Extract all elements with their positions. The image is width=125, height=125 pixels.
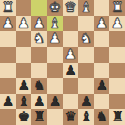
white-bishop-piece[interactable]: ♝ (49, 16, 61, 30)
square-h3[interactable] (0, 31, 16, 47)
square-g4[interactable] (16, 47, 32, 63)
black-king-piece[interactable]: ♚ (17, 110, 29, 124)
white-pawn-piece[interactable]: ♟ (96, 16, 108, 30)
square-g8[interactable]: ♚ (16, 109, 32, 125)
black-pawn-piece[interactable]: ♟ (80, 94, 92, 108)
square-b8[interactable]: ♞ (94, 109, 110, 125)
white-knight-piece[interactable]: ♞ (33, 32, 45, 46)
square-c4[interactable] (78, 47, 94, 63)
black-pawn-piece[interactable]: ♟ (2, 94, 14, 108)
square-a5[interactable] (109, 63, 125, 79)
white-pawn-piece[interactable]: ♟ (64, 47, 76, 61)
black-pawn-piece[interactable]: ♟ (64, 63, 76, 77)
square-h2[interactable]: ♟ (0, 16, 16, 32)
black-knight-piece[interactable]: ♞ (33, 79, 45, 93)
square-h7[interactable]: ♟ (0, 94, 16, 110)
white-knight-piece[interactable]: ♞ (80, 32, 92, 46)
square-c1[interactable]: ♝ (78, 0, 94, 16)
square-a6[interactable] (109, 78, 125, 94)
chess-board: ♜♚♛♝♜♟♟♟♝♟♟♞♟♞♟♟♟♞♟♟♝♟♟♟♚♜♛♝♞♜ (0, 0, 125, 125)
square-f4[interactable] (31, 47, 47, 63)
black-knight-piece[interactable]: ♞ (96, 110, 108, 124)
white-pawn-piece[interactable]: ♟ (111, 16, 123, 30)
square-e5[interactable] (47, 63, 63, 79)
black-pawn-piece[interactable]: ♟ (49, 94, 61, 108)
square-d5[interactable]: ♟ (63, 63, 79, 79)
square-a4[interactable] (109, 47, 125, 63)
square-b4[interactable] (94, 47, 110, 63)
square-a3[interactable] (109, 31, 125, 47)
square-d2[interactable] (63, 16, 79, 32)
square-b3[interactable] (94, 31, 110, 47)
white-pawn-piece[interactable]: ♟ (17, 16, 29, 30)
black-pawn-piece[interactable]: ♟ (33, 94, 45, 108)
white-rook-piece[interactable]: ♜ (111, 1, 123, 15)
black-queen-piece[interactable]: ♛ (64, 110, 76, 124)
black-bishop-piece[interactable]: ♝ (17, 94, 29, 108)
black-bishop-piece[interactable]: ♝ (80, 110, 92, 124)
square-c3[interactable]: ♞ (78, 31, 94, 47)
square-e4[interactable] (47, 47, 63, 63)
square-e3[interactable]: ♟ (47, 31, 63, 47)
square-h5[interactable] (0, 63, 16, 79)
black-pawn-piece[interactable]: ♟ (17, 79, 29, 93)
square-h8[interactable] (0, 109, 16, 125)
white-bishop-piece[interactable]: ♝ (80, 1, 92, 15)
black-rook-piece[interactable]: ♜ (33, 110, 45, 124)
white-pawn-piece[interactable]: ♟ (2, 16, 14, 30)
square-a2[interactable]: ♟ (109, 16, 125, 32)
square-e8[interactable] (47, 109, 63, 125)
square-a8[interactable]: ♜ (109, 109, 125, 125)
white-king-piece[interactable]: ♚ (49, 1, 61, 15)
square-f8[interactable]: ♜ (31, 109, 47, 125)
square-c5[interactable] (78, 63, 94, 79)
square-d1[interactable]: ♛ (63, 0, 79, 16)
white-rook-piece[interactable]: ♜ (2, 1, 14, 15)
square-d6[interactable] (63, 78, 79, 94)
square-e7[interactable]: ♟ (47, 94, 63, 110)
square-h4[interactable] (0, 47, 16, 63)
square-b2[interactable]: ♟ (94, 16, 110, 32)
square-g2[interactable]: ♟ (16, 16, 32, 32)
square-b6[interactable]: ♟ (94, 78, 110, 94)
black-pawn-piece[interactable]: ♟ (96, 79, 108, 93)
square-c8[interactable]: ♝ (78, 109, 94, 125)
white-pawn-piece[interactable]: ♟ (33, 16, 45, 30)
white-queen-piece[interactable]: ♛ (64, 1, 76, 15)
square-d8[interactable]: ♛ (63, 109, 79, 125)
square-g3[interactable] (16, 31, 32, 47)
square-f3[interactable]: ♞ (31, 31, 47, 47)
white-pawn-piece[interactable]: ♟ (49, 32, 61, 46)
black-rook-piece[interactable]: ♜ (111, 110, 123, 124)
